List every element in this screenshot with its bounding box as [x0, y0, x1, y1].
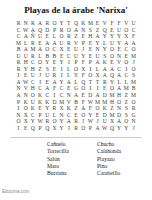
footer-site-credit: Educima.com — [2, 189, 29, 194]
grid-cell: I — [65, 125, 72, 132]
grid-words-divider — [10, 137, 142, 138]
word-item: Calahonda — [97, 148, 144, 155]
word-item: Maro — [47, 163, 97, 170]
grid-cell: X — [51, 125, 58, 132]
word-item: Salón — [47, 156, 97, 163]
grid-cell: O — [80, 125, 87, 132]
word-item: Pino — [97, 163, 144, 170]
word-item: Playazo — [97, 156, 144, 163]
grid-cell: Q — [29, 125, 36, 132]
grid-cell: I — [15, 125, 22, 132]
word-item: Cañuelo — [47, 141, 97, 148]
grid-cell: P — [87, 125, 94, 132]
word-item: Burriana — [47, 170, 97, 177]
grid-cell: Q — [44, 125, 51, 132]
grid-cell: R — [72, 125, 79, 132]
word-item: Chucho — [97, 141, 144, 148]
word-list-right-column: ChuchoCalahondaPlayazoPinoCarabeillo — [97, 141, 144, 177]
puzzle-title: Playas de la árabe 'Narixa' — [0, 0, 152, 16]
grid-cell: Q — [108, 125, 115, 132]
grid-cell: J — [130, 125, 137, 132]
word-list-left-column: CañueloTorrecillaSalónMaroBurriana — [47, 141, 97, 177]
word-item: Torrecilla — [47, 148, 97, 155]
grid-cell: A — [94, 125, 101, 132]
word-search-grid: RNRAROYTQKMEVFFVUCWAQDPROANSZQEUOCCAÑUEL… — [0, 20, 152, 131]
grid-cell: Y — [116, 125, 123, 132]
grid-cell: Y — [123, 125, 130, 132]
word-list: CañueloTorrecillaSalónMaroBurriana Chuch… — [47, 141, 144, 177]
word-item: Carabeillo — [97, 170, 144, 177]
grid-cell: W — [101, 125, 108, 132]
grid-cell: Y — [58, 125, 65, 132]
puzzle-page: Playas de la árabe 'Narixa' RNRAROYTQKME… — [0, 0, 152, 200]
grid-cell: E — [22, 125, 29, 132]
grid-cell: P — [36, 125, 43, 132]
